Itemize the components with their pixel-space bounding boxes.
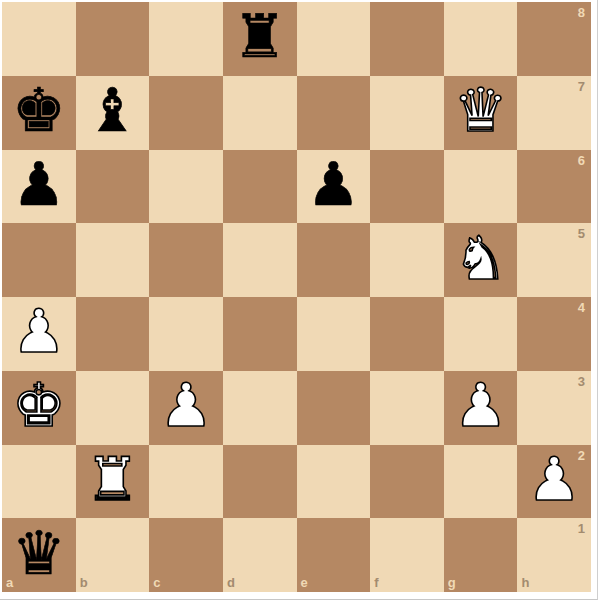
rank-label-8: 8	[578, 6, 585, 19]
square-b5[interactable]	[76, 223, 150, 297]
square-e5[interactable]	[297, 223, 371, 297]
square-h1[interactable]: h1	[517, 518, 591, 592]
file-label-e: e	[301, 576, 308, 589]
rank-label-6: 6	[578, 154, 585, 167]
piece-white-pawn-h2[interactable]: ♟	[527, 443, 581, 516]
square-a1[interactable]: ♛a	[2, 518, 76, 592]
square-f3[interactable]	[370, 371, 444, 445]
piece-white-queen-g7[interactable]: ♛	[454, 74, 508, 147]
square-e4[interactable]	[297, 297, 371, 371]
square-a8[interactable]	[2, 2, 76, 76]
square-h5[interactable]: 5	[517, 223, 591, 297]
square-g5[interactable]: ♞	[444, 223, 518, 297]
piece-black-rook-d8[interactable]: ♜	[233, 0, 287, 73]
square-b8[interactable]	[76, 2, 150, 76]
file-label-d: d	[227, 576, 235, 589]
square-f6[interactable]	[370, 150, 444, 224]
rank-label-7: 7	[578, 80, 585, 93]
piece-black-queen-a1[interactable]: ♛	[12, 517, 66, 590]
square-e1[interactable]: e	[297, 518, 371, 592]
square-h4[interactable]: 4	[517, 297, 591, 371]
rank-label-4: 4	[578, 301, 585, 314]
square-f7[interactable]	[370, 76, 444, 150]
file-label-c: c	[153, 576, 160, 589]
rank-label-3: 3	[578, 375, 585, 388]
square-b6[interactable]	[76, 150, 150, 224]
square-h8[interactable]: 8	[517, 2, 591, 76]
square-d8[interactable]: ♜	[223, 2, 297, 76]
square-b1[interactable]: b	[76, 518, 150, 592]
square-d5[interactable]	[223, 223, 297, 297]
square-c2[interactable]	[149, 445, 223, 519]
square-g4[interactable]	[444, 297, 518, 371]
square-g8[interactable]	[444, 2, 518, 76]
rank-label-5: 5	[578, 227, 585, 240]
square-b3[interactable]	[76, 371, 150, 445]
square-d2[interactable]	[223, 445, 297, 519]
rank-label-1: 1	[578, 522, 585, 535]
square-f5[interactable]	[370, 223, 444, 297]
square-d6[interactable]	[223, 150, 297, 224]
square-b4[interactable]	[76, 297, 150, 371]
piece-black-pawn-a6[interactable]: ♟	[12, 148, 66, 221]
square-g7[interactable]: ♛	[444, 76, 518, 150]
square-c6[interactable]	[149, 150, 223, 224]
square-f4[interactable]	[370, 297, 444, 371]
square-a5[interactable]	[2, 223, 76, 297]
square-g2[interactable]	[444, 445, 518, 519]
square-h2[interactable]: ♟2	[517, 445, 591, 519]
square-g6[interactable]	[444, 150, 518, 224]
square-b7[interactable]: ♝	[76, 76, 150, 150]
file-label-h: h	[521, 576, 529, 589]
page: ♜8♚♝♛7♟♟6♞5♟4♚♟♟3♜♟2♛abcdefgh1	[0, 0, 598, 600]
piece-black-bishop-b7[interactable]: ♝	[86, 74, 140, 147]
square-c3[interactable]: ♟	[149, 371, 223, 445]
square-f2[interactable]	[370, 445, 444, 519]
square-g3[interactable]: ♟	[444, 371, 518, 445]
square-e3[interactable]	[297, 371, 371, 445]
piece-white-rook-b2[interactable]: ♜	[86, 443, 140, 516]
piece-black-pawn-e6[interactable]: ♟	[306, 148, 360, 221]
square-a4[interactable]: ♟	[2, 297, 76, 371]
square-a3[interactable]: ♚	[2, 371, 76, 445]
square-h7[interactable]: 7	[517, 76, 591, 150]
piece-black-king-a7[interactable]: ♚	[12, 74, 66, 147]
square-a2[interactable]	[2, 445, 76, 519]
square-e6[interactable]: ♟	[297, 150, 371, 224]
square-a7[interactable]: ♚	[2, 76, 76, 150]
piece-white-king-a3[interactable]: ♚	[12, 369, 66, 442]
piece-white-pawn-a4[interactable]: ♟	[12, 295, 66, 368]
square-c8[interactable]	[149, 2, 223, 76]
square-e7[interactable]	[297, 76, 371, 150]
file-label-b: b	[80, 576, 88, 589]
square-d7[interactable]	[223, 76, 297, 150]
chess-board: ♜8♚♝♛7♟♟6♞5♟4♚♟♟3♜♟2♛abcdefgh1	[2, 2, 591, 592]
piece-white-knight-g5[interactable]: ♞	[454, 222, 508, 295]
square-f1[interactable]: f	[370, 518, 444, 592]
piece-white-pawn-g3[interactable]: ♟	[454, 369, 508, 442]
piece-white-pawn-c3[interactable]: ♟	[159, 369, 213, 442]
square-e8[interactable]	[297, 2, 371, 76]
square-d3[interactable]	[223, 371, 297, 445]
square-h3[interactable]: 3	[517, 371, 591, 445]
file-label-g: g	[448, 576, 456, 589]
square-c5[interactable]	[149, 223, 223, 297]
square-c1[interactable]: c	[149, 518, 223, 592]
square-b2[interactable]: ♜	[76, 445, 150, 519]
square-e2[interactable]	[297, 445, 371, 519]
square-c4[interactable]	[149, 297, 223, 371]
rank-label-2: 2	[578, 449, 585, 462]
square-f8[interactable]	[370, 2, 444, 76]
square-c7[interactable]	[149, 76, 223, 150]
square-a6[interactable]: ♟	[2, 150, 76, 224]
file-label-f: f	[374, 576, 378, 589]
file-label-a: a	[6, 576, 13, 589]
square-d1[interactable]: d	[223, 518, 297, 592]
square-g1[interactable]: g	[444, 518, 518, 592]
square-h6[interactable]: 6	[517, 150, 591, 224]
square-d4[interactable]	[223, 297, 297, 371]
